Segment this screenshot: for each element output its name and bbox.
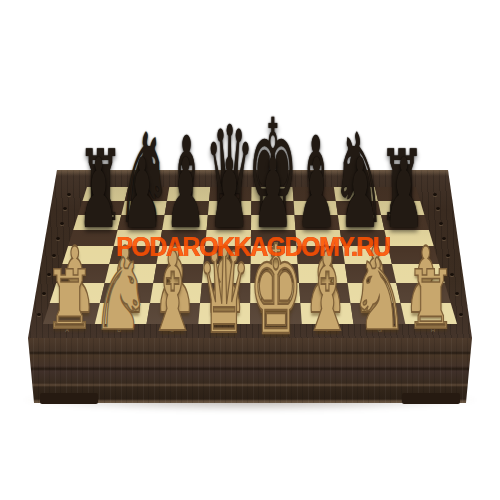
frame-mark-left-rank1 [37, 313, 41, 316]
frame-mark-right-rank1 [459, 313, 463, 316]
chess-set-photo: ABCDEFGH ♜♞♝♛♚♝♞♜♟♟♟♟♟♟♟♟♟♟♟♟♟♟♟♟♜♞♝♛♚♝♞… [0, 0, 500, 500]
frame-mark-left-rank8 [67, 193, 71, 196]
piece-white-rook-h1: ♜ [405, 260, 455, 341]
watermark: PODAROKKAGDOMY.RU [116, 232, 389, 263]
frame-mark-right-rank6 [439, 222, 443, 225]
frame-mark-right-rank8 [433, 193, 437, 196]
piece-white-rook-a1: ♜ [44, 260, 94, 341]
frame-mark-right-rank7 [436, 207, 440, 210]
frame-mark-left-rank6 [60, 222, 64, 225]
